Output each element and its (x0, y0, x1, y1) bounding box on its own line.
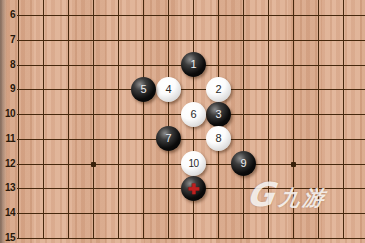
move-number: 3 (215, 109, 221, 120)
grid-line-vertical (18, 0, 19, 238)
star-point (91, 162, 96, 167)
grid-line-vertical (143, 0, 144, 238)
row-label-8: 8 (0, 59, 15, 71)
stone-black-11: ✚ (181, 176, 206, 201)
watermark-logo-icon: G (245, 178, 277, 211)
move-number: 8 (215, 133, 221, 144)
last-move-marker-icon: ✚ (188, 182, 200, 196)
row-label-14: 14 (0, 207, 15, 219)
move-number: 4 (165, 84, 171, 95)
grid-line-horizontal (17, 238, 365, 239)
move-number: 7 (165, 133, 171, 144)
stone-black-1: 1 (181, 52, 206, 77)
stone-black-9: 9 (231, 151, 256, 176)
move-number: 2 (215, 84, 221, 95)
move-number: 5 (140, 84, 146, 95)
row-label-11: 11 (0, 133, 15, 145)
stone-black-5: 5 (131, 77, 156, 102)
grid-line-vertical (168, 0, 169, 238)
stone-white-8: 8 (206, 126, 231, 151)
grid-line-vertical (293, 0, 294, 238)
stone-white-6: 6 (181, 102, 206, 127)
row-label-7: 7 (0, 34, 15, 46)
move-number: 10 (188, 158, 198, 169)
grid-line-vertical (343, 0, 344, 238)
grid-line-horizontal (17, 40, 365, 41)
stone-black-7: 7 (156, 126, 181, 151)
row-label-13: 13 (0, 182, 15, 194)
grid-line-vertical (118, 0, 119, 238)
grid-line-horizontal (17, 15, 365, 16)
move-number: 1 (190, 59, 196, 70)
grid-line-vertical (268, 0, 269, 238)
row-label-6: 6 (0, 9, 15, 21)
go-board[interactable]: 6789101112131415 12345678910✚ G 九游 (0, 0, 365, 243)
move-number: 9 (240, 158, 246, 169)
watermark: G 九游 (247, 176, 327, 212)
star-point (291, 162, 296, 167)
stone-white-2: 2 (206, 77, 231, 102)
grid-line-horizontal (17, 139, 365, 140)
stone-white-10: 10 (181, 151, 206, 176)
grid-line-horizontal (17, 213, 365, 214)
grid-line-vertical (93, 0, 94, 238)
grid-line-horizontal (17, 89, 365, 90)
move-number: 6 (190, 109, 196, 120)
grid-line-vertical (68, 0, 69, 238)
row-label-12: 12 (0, 158, 15, 170)
row-label-15: 15 (0, 232, 15, 243)
stone-white-4: 4 (156, 77, 181, 102)
row-label-9: 9 (0, 83, 15, 95)
grid-line-vertical (243, 0, 244, 238)
grid-line-vertical (318, 0, 319, 238)
row-label-10: 10 (0, 108, 15, 120)
grid-line-vertical (43, 0, 44, 238)
stone-black-3: 3 (206, 102, 231, 127)
